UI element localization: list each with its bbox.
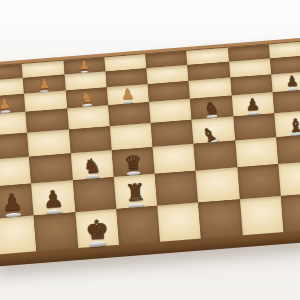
queen-glyph: ♛ xyxy=(124,153,143,173)
square-h2[interactable] xyxy=(278,161,300,196)
square-d2[interactable]: ♜ xyxy=(114,174,158,209)
pawn-glyph: ♟ xyxy=(245,97,260,113)
square-h6[interactable]: ♟ xyxy=(271,71,300,92)
pawn-glyph: ♟ xyxy=(286,75,300,89)
square-e2[interactable] xyxy=(155,171,199,206)
knight-glyph: ♞ xyxy=(82,156,101,176)
square-b1[interactable] xyxy=(34,212,78,251)
square-e3[interactable] xyxy=(153,144,196,175)
square-c2[interactable] xyxy=(73,177,117,212)
square-g4[interactable] xyxy=(233,113,276,140)
piece-dark-king-c1[interactable]: ♚ xyxy=(85,217,110,247)
piece-light-pawn-a6[interactable]: ♟ xyxy=(0,97,11,113)
square-a1[interactable] xyxy=(0,216,37,255)
square-e4[interactable] xyxy=(151,119,194,146)
square-f4[interactable]: ♝ xyxy=(192,116,235,143)
square-h5[interactable] xyxy=(272,89,300,113)
square-d4[interactable] xyxy=(110,123,153,150)
square-a3[interactable] xyxy=(0,157,31,188)
square-b3[interactable] xyxy=(29,153,72,184)
square-c4[interactable] xyxy=(68,126,111,153)
board-rim: ♟♟♟♞♟♟♞♟♝♝♞♛♟♟♜♚ xyxy=(0,37,300,267)
pawn-glyph: ♟ xyxy=(121,87,135,101)
square-d1[interactable] xyxy=(116,206,160,245)
piece-light-knight-c6[interactable]: ♞ xyxy=(80,91,94,107)
square-a4[interactable] xyxy=(0,132,29,159)
square-d3[interactable]: ♛ xyxy=(111,147,154,178)
square-f3[interactable] xyxy=(194,140,237,171)
chess-board: ♟♟♟♞♟♟♞♟♝♝♞♛♟♟♜♚ xyxy=(0,40,300,255)
square-f1[interactable] xyxy=(198,199,242,238)
metal-base-ring xyxy=(89,241,107,247)
square-c3[interactable]: ♞ xyxy=(70,150,113,181)
square-g2[interactable] xyxy=(237,165,281,200)
rook-glyph: ♜ xyxy=(124,182,146,205)
square-h1[interactable] xyxy=(281,193,300,232)
square-b2[interactable]: ♟ xyxy=(31,181,75,216)
piece-dark-pawn-g5[interactable]: ♟ xyxy=(245,97,261,115)
piece-dark-pawn-a2[interactable]: ♟ xyxy=(1,192,24,218)
king-glyph: ♚ xyxy=(85,217,110,243)
piece-dark-rook-d2[interactable]: ♜ xyxy=(124,182,147,208)
square-h4[interactable]: ♝ xyxy=(274,110,300,137)
chessboard-photo-scene: ♟♟♟♞♟♟♞♟♝♝♞♛♟♟♜♚ xyxy=(0,0,300,300)
piece-dark-bishop-h4[interactable]: ♝ xyxy=(287,116,300,136)
piece-dark-knight-c3[interactable]: ♞ xyxy=(82,156,102,179)
square-e1[interactable] xyxy=(157,203,201,242)
square-f2[interactable] xyxy=(196,168,240,203)
piece-light-pawn-d6[interactable]: ♟ xyxy=(121,87,135,103)
square-c1[interactable]: ♚ xyxy=(75,209,119,248)
square-h3[interactable] xyxy=(276,134,300,165)
square-g3[interactable] xyxy=(235,137,278,168)
square-a2[interactable]: ♟ xyxy=(0,184,34,219)
pawn-glyph: ♟ xyxy=(42,188,64,211)
piece-dark-knight-f5[interactable]: ♞ xyxy=(204,100,220,118)
piece-light-pawn-b7[interactable]: ♟ xyxy=(38,78,51,92)
knight-glyph: ♞ xyxy=(204,100,219,116)
pawn-glyph: ♟ xyxy=(1,192,23,215)
knight-glyph: ♞ xyxy=(80,91,94,105)
square-g1[interactable] xyxy=(239,196,283,235)
piece-dark-queen-d3[interactable]: ♛ xyxy=(124,153,144,176)
piece-dark-pawn-h6[interactable]: ♟ xyxy=(286,75,300,91)
bishop-glyph: ♝ xyxy=(287,116,300,134)
piece-light-pawn-c8[interactable]: ♟ xyxy=(78,60,90,73)
piece-dark-pawn-b2[interactable]: ♟ xyxy=(42,188,65,214)
square-b4[interactable] xyxy=(27,129,70,156)
